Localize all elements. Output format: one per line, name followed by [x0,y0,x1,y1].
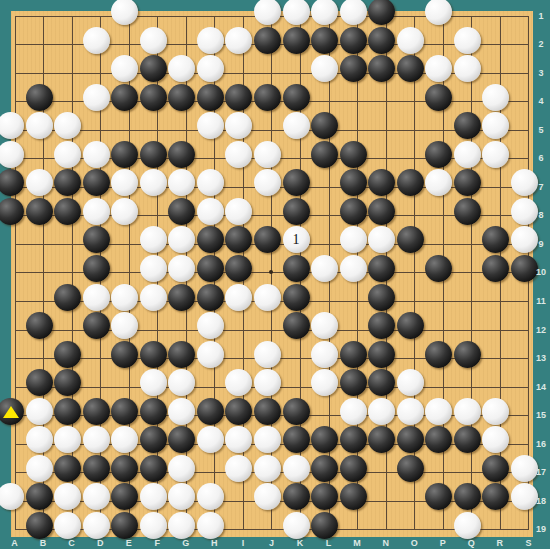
stone-black[interactable] [140,341,167,368]
stone-white[interactable] [54,112,81,139]
stone-black[interactable] [54,398,81,425]
stone-white[interactable] [168,255,195,282]
stone-black[interactable] [140,55,167,82]
stone-black[interactable] [368,426,395,453]
stone-black[interactable] [197,226,224,253]
stone-white[interactable] [197,483,224,510]
stone-black[interactable] [225,226,252,253]
stone-black[interactable] [311,483,338,510]
stone-black[interactable] [454,341,481,368]
col-label: Q [468,538,475,548]
stone-black[interactable] [140,455,167,482]
row-label: 16 [536,439,546,449]
stone-black[interactable] [368,341,395,368]
row-label: 10 [536,267,546,277]
stone-black[interactable] [283,284,310,311]
stone-white[interactable] [225,198,252,225]
stone-white[interactable] [140,169,167,196]
col-label: O [411,538,418,548]
stone-white[interactable] [111,55,138,82]
stone-black[interactable] [397,455,424,482]
stone-black[interactable] [397,426,424,453]
stone-white[interactable] [140,226,167,253]
stone-white[interactable] [311,341,338,368]
stone-white[interactable] [397,398,424,425]
col-label: S [525,538,531,548]
stone-white[interactable] [140,369,167,396]
stone-black[interactable] [311,426,338,453]
stone-white[interactable] [197,512,224,539]
stone-white[interactable] [225,284,252,311]
row-label: 3 [538,68,543,78]
stone-black[interactable] [283,169,310,196]
stone-white[interactable] [225,369,252,396]
stone-black[interactable] [425,426,452,453]
stone-white[interactable] [254,284,281,311]
stone-white[interactable] [225,141,252,168]
stone-white[interactable] [482,398,509,425]
stone-white[interactable] [83,84,110,111]
stone-white[interactable] [225,27,252,54]
stone-black[interactable] [197,284,224,311]
stone-black[interactable] [168,141,195,168]
stone-black[interactable] [283,84,310,111]
stone-white[interactable] [454,55,481,82]
stone-black[interactable] [283,426,310,453]
stone-black[interactable] [168,284,195,311]
stone-white[interactable] [283,512,310,539]
stone-white[interactable] [111,0,138,25]
stone-black[interactable] [283,198,310,225]
stone-black[interactable] [425,255,452,282]
stone-black[interactable] [0,198,24,225]
stone-white[interactable] [197,198,224,225]
stone-black[interactable] [368,169,395,196]
stone-white[interactable] [54,483,81,510]
stone-white[interactable] [511,483,538,510]
stone-white[interactable] [225,426,252,453]
stone-white[interactable] [111,198,138,225]
stone-white[interactable] [168,55,195,82]
stone-black[interactable] [254,27,281,54]
row-label: 1 [538,11,543,21]
stone-white[interactable] [197,169,224,196]
stone-white[interactable] [26,398,53,425]
row-label: 17 [536,467,546,477]
stone-black[interactable] [168,341,195,368]
stone-black[interactable] [340,169,367,196]
stone-black[interactable] [368,369,395,396]
col-label: H [211,538,218,548]
stone-black[interactable] [168,84,195,111]
stone-black[interactable] [397,169,424,196]
stone-white[interactable] [168,226,195,253]
stone-white[interactable] [254,426,281,453]
stone-black[interactable] [368,55,395,82]
col-label: E [126,538,132,548]
stone-black[interactable] [311,141,338,168]
stone-white[interactable] [140,483,167,510]
stone-black[interactable] [26,483,53,510]
stone-black[interactable] [397,226,424,253]
col-label: D [97,538,104,548]
stone-white[interactable] [83,284,110,311]
stone-white[interactable] [83,483,110,510]
stone-white[interactable] [26,112,53,139]
stone-white[interactable] [425,0,452,25]
stone-white[interactable] [311,0,338,25]
stone-black[interactable] [111,141,138,168]
go-board[interactable]: 1 [11,11,533,537]
stone-black[interactable] [111,341,138,368]
stone-black[interactable] [283,483,310,510]
stone-white[interactable] [511,226,538,253]
stone-white[interactable] [340,0,367,25]
stone-black[interactable] [340,198,367,225]
stone-black[interactable] [454,169,481,196]
stone-white[interactable] [340,226,367,253]
stone-black[interactable] [511,255,538,282]
stone-black[interactable] [482,483,509,510]
stone-black[interactable] [454,426,481,453]
stone-black[interactable] [83,398,110,425]
stone-black[interactable] [340,341,367,368]
stone-white[interactable] [197,312,224,339]
stone-white[interactable] [0,141,24,168]
stone-white[interactable] [140,284,167,311]
stone-black[interactable] [425,483,452,510]
stone-black[interactable] [83,255,110,282]
stone-black[interactable] [111,512,138,539]
stone-black[interactable] [54,198,81,225]
stone-black[interactable] [26,84,53,111]
stone-black[interactable] [54,284,81,311]
stone-white[interactable] [340,398,367,425]
stone-white[interactable] [283,112,310,139]
stone-white[interactable] [254,455,281,482]
stone-white[interactable] [168,369,195,396]
row-label: 2 [538,39,543,49]
stone-white[interactable] [454,512,481,539]
stone-white[interactable] [83,426,110,453]
stone-white[interactable] [111,284,138,311]
stone-black[interactable] [482,226,509,253]
col-label: B [40,538,47,548]
stone-black[interactable] [225,255,252,282]
col-label: A [11,538,18,548]
row-label: 13 [536,353,546,363]
stone-black[interactable] [311,455,338,482]
go-app-window: 1 ABCDEFGHIJKLMNOPQRS1234567891011121314… [0,0,550,549]
stone-black[interactable] [397,55,424,82]
stone-black[interactable] [0,169,24,196]
stone-black[interactable] [283,312,310,339]
row-label: 8 [538,210,543,220]
stone-white[interactable] [140,512,167,539]
stone-white[interactable] [283,455,310,482]
triangle-marker [3,406,19,418]
stone-black[interactable] [54,455,81,482]
stone-black[interactable] [26,369,53,396]
stone-black[interactable] [168,198,195,225]
stone-black[interactable] [254,226,281,253]
stone-black[interactable] [283,398,310,425]
stone-black[interactable] [26,198,53,225]
col-label: F [155,538,161,548]
stone-white[interactable] [511,455,538,482]
stone-white[interactable] [54,141,81,168]
stone-black[interactable] [54,341,81,368]
stone-black[interactable] [111,455,138,482]
stone-black[interactable] [340,27,367,54]
row-label: 18 [536,496,546,506]
stone-white[interactable] [511,198,538,225]
stone-white[interactable] [425,55,452,82]
row-label: 7 [538,182,543,192]
stone-black[interactable] [397,312,424,339]
stone-white[interactable] [311,312,338,339]
stone-black[interactable] [454,198,481,225]
stone-white[interactable] [368,226,395,253]
stone-white[interactable] [0,112,24,139]
stone-black[interactable] [340,426,367,453]
stone-white[interactable] [168,512,195,539]
stone-black[interactable] [283,255,310,282]
stone-white[interactable] [340,255,367,282]
stone-black[interactable] [482,455,509,482]
stone-black[interactable] [26,312,53,339]
stone-black[interactable] [368,284,395,311]
stone-black[interactable] [340,369,367,396]
stone-white[interactable] [225,455,252,482]
stone-white[interactable] [111,426,138,453]
stone-black[interactable] [225,84,252,111]
row-label: 4 [538,96,543,106]
stone-black[interactable] [482,255,509,282]
stone-black[interactable] [340,483,367,510]
row-label: 19 [536,524,546,534]
stone-black[interactable] [26,512,53,539]
row-label: 15 [536,410,546,420]
stone-white[interactable] [0,483,24,510]
stone-black[interactable] [425,84,452,111]
stone-white[interactable] [425,398,452,425]
stone-black[interactable] [83,455,110,482]
stone-white[interactable] [311,255,338,282]
stone-white[interactable] [311,369,338,396]
row-label: 5 [538,125,543,135]
stone-white[interactable] [397,369,424,396]
stone-black[interactable] [83,169,110,196]
col-label: J [269,538,274,548]
col-label: M [353,538,361,548]
stone-white[interactable] [454,141,481,168]
stone-black[interactable] [368,27,395,54]
stone-white[interactable] [254,369,281,396]
star-point [269,270,273,274]
stone-white[interactable] [26,426,53,453]
stone-black[interactable] [283,27,310,54]
col-label: N [382,538,389,548]
stone-white[interactable] [254,0,281,25]
stone-black[interactable] [311,112,338,139]
stone-white[interactable] [140,255,167,282]
stone-white[interactable] [425,169,452,196]
stone-white[interactable] [482,141,509,168]
row-label: 14 [536,382,546,392]
stone-black[interactable] [197,84,224,111]
stone-black[interactable] [197,255,224,282]
stone-black[interactable] [368,312,395,339]
stone-black[interactable] [197,398,224,425]
stone-white[interactable] [254,141,281,168]
stone-white[interactable] [454,27,481,54]
stone-white[interactable] [254,341,281,368]
stone-black[interactable] [83,226,110,253]
stone-black[interactable] [111,84,138,111]
stone-black[interactable] [140,141,167,168]
stone-black[interactable] [111,483,138,510]
col-label: P [440,538,446,548]
stone-white[interactable] [197,341,224,368]
stone-white[interactable] [83,198,110,225]
stone-black[interactable] [311,27,338,54]
stone-white[interactable] [254,169,281,196]
stone-white[interactable] [54,426,81,453]
stone-black[interactable] [140,426,167,453]
stone-black[interactable] [425,341,452,368]
stone-white[interactable] [311,55,338,82]
stone-black[interactable] [254,398,281,425]
stone-black[interactable] [140,84,167,111]
stone-white[interactable] [168,483,195,510]
stone-black[interactable] [340,55,367,82]
stone-black[interactable] [425,141,452,168]
stone-black[interactable] [454,112,481,139]
stone-white[interactable] [111,169,138,196]
stone-white[interactable] [482,426,509,453]
row-label: 12 [536,325,546,335]
stone-black[interactable] [368,255,395,282]
stone-white[interactable] [83,27,110,54]
stone-white[interactable] [54,512,81,539]
stone-white[interactable] [140,27,167,54]
stone-white[interactable] [482,112,509,139]
stone-white[interactable] [368,398,395,425]
stone-white[interactable] [254,483,281,510]
stone-white[interactable] [397,27,424,54]
stone-white[interactable] [26,455,53,482]
stone-black[interactable] [54,169,81,196]
stone-white[interactable] [454,398,481,425]
stone-white[interactable] [111,312,138,339]
stone-black[interactable] [368,198,395,225]
stone-black[interactable] [340,141,367,168]
stone-white[interactable] [168,455,195,482]
stone-white[interactable] [511,169,538,196]
row-label: 11 [536,296,546,306]
stone-black[interactable] [140,398,167,425]
col-label: I [242,538,245,548]
col-label: R [497,538,504,548]
stone-white[interactable] [168,169,195,196]
stone-black[interactable] [168,426,195,453]
stone-black[interactable] [368,0,395,25]
col-label: C [68,538,75,548]
stone-white[interactable] [225,112,252,139]
col-label: L [326,538,332,548]
stone-white[interactable] [197,55,224,82]
row-label: 9 [538,239,543,249]
stone-white[interactable] [26,169,53,196]
stone-black[interactable] [254,84,281,111]
col-label: K [297,538,304,548]
row-label: 6 [538,153,543,163]
stone-white[interactable] [197,426,224,453]
stone-black[interactable] [54,369,81,396]
move-number-label: 1 [283,226,310,253]
stone-black[interactable] [311,512,338,539]
stone-white[interactable] [168,398,195,425]
stone-white[interactable] [83,141,110,168]
stone-white[interactable] [482,84,509,111]
stone-black[interactable] [225,398,252,425]
stone-black[interactable] [340,455,367,482]
stone-white[interactable] [197,27,224,54]
stone-black[interactable] [111,398,138,425]
stone-white[interactable] [197,112,224,139]
stone-black[interactable] [83,312,110,339]
stone-black[interactable] [454,483,481,510]
col-label: G [182,538,189,548]
stone-white[interactable] [83,512,110,539]
stone-white[interactable] [283,0,310,25]
